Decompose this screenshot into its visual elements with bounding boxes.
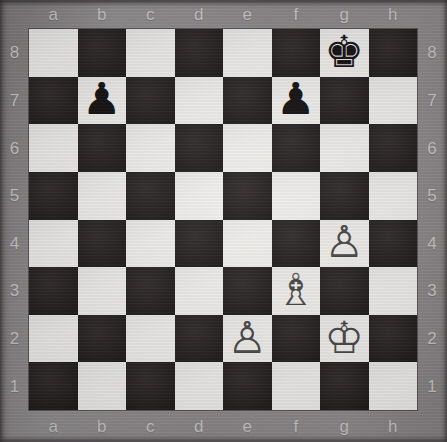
file-label-d-top: d: [175, 0, 224, 29]
file-label-a-bottom: a: [29, 410, 78, 442]
rank-label-5-right: 5: [417, 172, 447, 220]
rank-label-2-right: 2: [417, 315, 447, 363]
rank-label-5-left: 5: [0, 172, 29, 220]
rank-labels-right: 87654321: [417, 29, 447, 410]
square-b8[interactable]: [78, 29, 127, 77]
square-f2[interactable]: [272, 315, 321, 363]
square-e7[interactable]: [223, 77, 272, 125]
square-e4[interactable]: [223, 220, 272, 268]
square-a6[interactable]: [29, 124, 78, 172]
square-a2[interactable]: [29, 315, 78, 363]
square-h7[interactable]: [369, 77, 418, 125]
rank-label-2-left: 2: [0, 315, 29, 363]
square-c4[interactable]: [126, 220, 175, 268]
square-h2[interactable]: [369, 315, 418, 363]
square-e2[interactable]: ♙: [223, 315, 272, 363]
square-f1[interactable]: [272, 362, 321, 410]
square-a8[interactable]: [29, 29, 78, 77]
square-b6[interactable]: [78, 124, 127, 172]
square-b3[interactable]: [78, 267, 127, 315]
square-e6[interactable]: [223, 124, 272, 172]
file-label-b-bottom: b: [78, 410, 127, 442]
square-a3[interactable]: [29, 267, 78, 315]
file-label-d-bottom: d: [175, 410, 224, 442]
square-b5[interactable]: [78, 172, 127, 220]
square-h4[interactable]: [369, 220, 418, 268]
file-label-f-bottom: f: [272, 410, 321, 442]
rank-label-8-right: 8: [417, 29, 447, 77]
square-d6[interactable]: [175, 124, 224, 172]
file-label-h-bottom: h: [369, 410, 418, 442]
square-e1[interactable]: [223, 362, 272, 410]
square-h8[interactable]: [369, 29, 418, 77]
square-d5[interactable]: [175, 172, 224, 220]
square-a4[interactable]: [29, 220, 78, 268]
square-d7[interactable]: [175, 77, 224, 125]
rank-label-7-left: 7: [0, 77, 29, 125]
square-g2[interactable]: ♔: [320, 315, 369, 363]
square-b2[interactable]: [78, 315, 127, 363]
rank-label-8-left: 8: [0, 29, 29, 77]
file-label-g-top: g: [320, 0, 369, 29]
rank-label-1-left: 1: [0, 362, 29, 410]
square-f6[interactable]: [272, 124, 321, 172]
file-label-c-top: c: [126, 0, 175, 29]
file-labels-bottom: abcdefgh: [29, 410, 417, 442]
rank-label-1-right: 1: [417, 362, 447, 410]
square-f5[interactable]: [272, 172, 321, 220]
square-h5[interactable]: [369, 172, 418, 220]
file-label-e-bottom: e: [223, 410, 272, 442]
rank-label-4-right: 4: [417, 220, 447, 268]
square-c6[interactable]: [126, 124, 175, 172]
rank-label-3-left: 3: [0, 267, 29, 315]
file-labels-top: abcdefgh: [29, 0, 417, 29]
rank-label-4-left: 4: [0, 220, 29, 268]
file-label-c-bottom: c: [126, 410, 175, 442]
square-g5[interactable]: [320, 172, 369, 220]
file-label-b-top: b: [78, 0, 127, 29]
square-g4[interactable]: ♙: [320, 220, 369, 268]
square-g8[interactable]: ♚: [320, 29, 369, 77]
square-h6[interactable]: [369, 124, 418, 172]
square-g6[interactable]: [320, 124, 369, 172]
piece-white-pawn-e2[interactable]: ♙: [228, 316, 267, 360]
square-f3[interactable]: ♗: [272, 267, 321, 315]
square-f8[interactable]: [272, 29, 321, 77]
square-g7[interactable]: [320, 77, 369, 125]
square-d2[interactable]: [175, 315, 224, 363]
square-b1[interactable]: [78, 362, 127, 410]
chess-diagram-photo: abcdefgh abcdefgh 87654321 87654321 ♚♟♟♙…: [0, 0, 447, 442]
file-label-h-top: h: [369, 0, 418, 29]
chessboard: ♚♟♟♙♗♙♔: [29, 29, 417, 410]
square-a7[interactable]: [29, 77, 78, 125]
piece-black-pawn-b7[interactable]: ♟: [82, 77, 121, 121]
square-b4[interactable]: [78, 220, 127, 268]
file-label-e-top: e: [223, 0, 272, 29]
square-a5[interactable]: [29, 172, 78, 220]
square-c8[interactable]: [126, 29, 175, 77]
square-d1[interactable]: [175, 362, 224, 410]
square-g3[interactable]: [320, 267, 369, 315]
rank-label-3-right: 3: [417, 267, 447, 315]
square-f7[interactable]: ♟: [272, 77, 321, 125]
rank-label-6-right: 6: [417, 124, 447, 172]
square-h1[interactable]: [369, 362, 418, 410]
file-label-a-top: a: [29, 0, 78, 29]
rank-labels-left: 87654321: [0, 29, 29, 410]
square-a1[interactable]: [29, 362, 78, 410]
file-label-g-bottom: g: [320, 410, 369, 442]
piece-black-king-g8[interactable]: ♚: [325, 30, 364, 74]
square-c1[interactable]: [126, 362, 175, 410]
square-e5[interactable]: [223, 172, 272, 220]
square-b7[interactable]: ♟: [78, 77, 127, 125]
square-e3[interactable]: [223, 267, 272, 315]
square-d4[interactable]: [175, 220, 224, 268]
piece-white-pawn-g4[interactable]: ♙: [325, 220, 364, 264]
rank-label-7-right: 7: [417, 77, 447, 125]
square-d8[interactable]: [175, 29, 224, 77]
square-g1[interactable]: [320, 362, 369, 410]
piece-white-king-g2[interactable]: ♔: [325, 316, 364, 360]
rank-label-6-left: 6: [0, 124, 29, 172]
square-h3[interactable]: [369, 267, 418, 315]
piece-white-bishop-f3[interactable]: ♗: [276, 268, 315, 312]
file-label-f-top: f: [272, 0, 321, 29]
square-c2[interactable]: [126, 315, 175, 363]
square-e8[interactable]: [223, 29, 272, 77]
square-d3[interactable]: [175, 267, 224, 315]
square-c7[interactable]: [126, 77, 175, 125]
square-c5[interactable]: [126, 172, 175, 220]
square-c3[interactable]: [126, 267, 175, 315]
piece-black-pawn-f7[interactable]: ♟: [276, 77, 315, 121]
square-f4[interactable]: [272, 220, 321, 268]
